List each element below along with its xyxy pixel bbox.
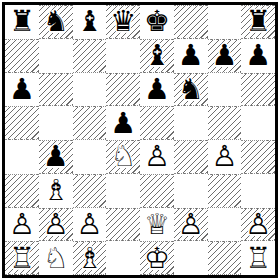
- square-e3[interactable]: [140, 174, 174, 208]
- white-pawn-piece: ♟♙: [5, 208, 39, 242]
- square-g8[interactable]: [208, 5, 242, 39]
- square-a7[interactable]: [5, 39, 39, 73]
- white-pawn-piece: ♟♙: [174, 209, 208, 241]
- square-b2[interactable]: ♟♙: [39, 208, 73, 242]
- white-rook-piece: ♜♖: [5, 242, 39, 274]
- white-knight-piece: ♞♘: [39, 241, 73, 275]
- white-king-piece: ♚♔: [140, 242, 174, 274]
- piece-glyph: ♔: [140, 242, 174, 274]
- square-e8[interactable]: ♚♚: [140, 5, 174, 39]
- piece-glyph: ♙: [39, 209, 73, 241]
- square-d5[interactable]: ♟♟: [106, 106, 140, 140]
- piece-glyph: ♖: [241, 241, 275, 275]
- piece-glyph: ♘: [106, 141, 140, 173]
- square-h2[interactable]: ♟♙: [241, 208, 275, 242]
- square-g2[interactable]: [208, 208, 242, 242]
- white-bishop-piece: ♝♗: [73, 242, 107, 274]
- piece-glyph: ♟: [39, 141, 73, 173]
- black-bishop-piece: ♝♝: [140, 40, 174, 72]
- square-f2[interactable]: ♟♙: [174, 208, 208, 242]
- piece-glyph: ♙: [241, 209, 275, 241]
- square-c7[interactable]: [73, 39, 107, 73]
- square-b3[interactable]: ♝♗: [39, 174, 73, 208]
- black-pawn-piece: ♟♟: [39, 141, 73, 173]
- black-rook-piece: ♜♜: [241, 6, 275, 38]
- square-c2[interactable]: ♟♙: [73, 208, 107, 242]
- square-f1[interactable]: [174, 241, 208, 275]
- square-c4[interactable]: [73, 140, 107, 174]
- square-e5[interactable]: [140, 106, 174, 140]
- piece-glyph: ♗: [73, 242, 107, 274]
- square-g7[interactable]: ♟♟: [208, 39, 242, 73]
- piece-glyph: ♟: [106, 106, 140, 140]
- square-f6[interactable]: ♞♞: [174, 73, 208, 107]
- black-knight-piece: ♞♞: [39, 6, 73, 38]
- square-g5[interactable]: [208, 106, 242, 140]
- chess-board: ♜♜♞♞♝♝♛♛♚♚♜♜♝♝♟♟♟♟♟♟♟♟♟♟♞♞♟♟♟♟♞♘♟♙♟♙♝♗♟♙…: [2, 2, 278, 278]
- piece-glyph: ♟: [208, 40, 242, 72]
- white-pawn-piece: ♟♙: [140, 140, 174, 174]
- piece-glyph: ♟: [5, 73, 39, 107]
- white-bishop-piece: ♝♗: [39, 174, 73, 208]
- square-e1[interactable]: ♚♔: [140, 241, 174, 275]
- piece-glyph: ♝: [140, 40, 174, 72]
- square-a8[interactable]: ♜♜: [5, 5, 39, 39]
- square-d2[interactable]: [106, 208, 140, 242]
- white-pawn-piece: ♟♙: [208, 140, 242, 174]
- square-e4[interactable]: ♟♙: [140, 140, 174, 174]
- square-e2[interactable]: ♛♕: [140, 208, 174, 242]
- square-f8[interactable]: [174, 5, 208, 39]
- square-b7[interactable]: [39, 39, 73, 73]
- square-e7[interactable]: ♝♝: [140, 39, 174, 73]
- black-pawn-piece: ♟♟: [5, 73, 39, 107]
- piece-glyph: ♟: [140, 73, 174, 107]
- piece-glyph: ♖: [5, 242, 39, 274]
- black-rook-piece: ♜♜: [5, 5, 39, 39]
- square-h6[interactable]: [241, 73, 275, 107]
- white-pawn-piece: ♟♙: [73, 208, 107, 242]
- piece-glyph: ♝: [73, 5, 107, 39]
- piece-glyph: ♙: [174, 209, 208, 241]
- square-f7[interactable]: ♟♟: [174, 39, 208, 73]
- black-pawn-piece: ♟♟: [241, 39, 275, 73]
- piece-glyph: ♗: [39, 174, 73, 208]
- square-b1[interactable]: ♞♘: [39, 241, 73, 275]
- piece-glyph: ♜: [5, 5, 39, 39]
- square-b8[interactable]: ♞♞: [39, 5, 73, 39]
- square-f5[interactable]: [174, 106, 208, 140]
- piece-glyph: ♙: [140, 140, 174, 174]
- square-c8[interactable]: ♝♝: [73, 5, 107, 39]
- square-h7[interactable]: ♟♟: [241, 39, 275, 73]
- black-knight-piece: ♞♞: [174, 74, 208, 106]
- black-pawn-piece: ♟♟: [106, 106, 140, 140]
- piece-glyph: ♟: [241, 39, 275, 73]
- piece-glyph: ♟: [174, 39, 208, 73]
- black-king-piece: ♚♚: [140, 5, 174, 39]
- square-g1[interactable]: [208, 241, 242, 275]
- square-a4[interactable]: [5, 140, 39, 174]
- square-a3[interactable]: [5, 174, 39, 208]
- square-e6[interactable]: ♟♟: [140, 73, 174, 107]
- square-d3[interactable]: [106, 174, 140, 208]
- piece-glyph: ♛: [106, 6, 140, 38]
- black-pawn-piece: ♟♟: [140, 73, 174, 107]
- square-b4[interactable]: ♟♟: [39, 140, 73, 174]
- square-d6[interactable]: [106, 73, 140, 107]
- square-h3[interactable]: [241, 174, 275, 208]
- white-pawn-piece: ♟♙: [241, 209, 275, 241]
- square-g4[interactable]: ♟♙: [208, 140, 242, 174]
- square-f4[interactable]: [174, 140, 208, 174]
- square-a2[interactable]: ♟♙: [5, 208, 39, 242]
- square-h1[interactable]: ♜♖: [241, 241, 275, 275]
- square-d7[interactable]: [106, 39, 140, 73]
- white-queen-piece: ♛♕: [140, 208, 174, 242]
- square-f3[interactable]: [174, 174, 208, 208]
- piece-glyph: ♙: [5, 208, 39, 242]
- white-rook-piece: ♜♖: [241, 241, 275, 275]
- square-h5[interactable]: [241, 106, 275, 140]
- square-b5[interactable]: [39, 106, 73, 140]
- piece-glyph: ♜: [241, 6, 275, 38]
- square-d4[interactable]: ♞♘: [106, 140, 140, 174]
- square-c3[interactable]: [73, 174, 107, 208]
- square-c6[interactable]: [73, 73, 107, 107]
- square-a1[interactable]: ♜♖: [5, 241, 39, 275]
- black-pawn-piece: ♟♟: [208, 40, 242, 72]
- piece-glyph: ♞: [39, 6, 73, 38]
- piece-glyph: ♞: [174, 74, 208, 106]
- square-a5[interactable]: [5, 106, 39, 140]
- square-d1[interactable]: [106, 241, 140, 275]
- square-g3[interactable]: [208, 174, 242, 208]
- square-h8[interactable]: ♜♜: [241, 5, 275, 39]
- square-b6[interactable]: [39, 73, 73, 107]
- piece-glyph: ♙: [73, 208, 107, 242]
- black-pawn-piece: ♟♟: [174, 39, 208, 73]
- piece-glyph: ♕: [140, 208, 174, 242]
- black-bishop-piece: ♝♝: [73, 5, 107, 39]
- square-c1[interactable]: ♝♗: [73, 241, 107, 275]
- piece-glyph: ♘: [39, 241, 73, 275]
- square-c5[interactable]: [73, 106, 107, 140]
- white-pawn-piece: ♟♙: [39, 209, 73, 241]
- piece-glyph: ♙: [208, 140, 242, 174]
- white-knight-piece: ♞♘: [106, 141, 140, 173]
- black-queen-piece: ♛♛: [106, 6, 140, 38]
- square-a6[interactable]: ♟♟: [5, 73, 39, 107]
- square-g6[interactable]: [208, 73, 242, 107]
- square-h4[interactable]: [241, 140, 275, 174]
- square-d8[interactable]: ♛♛: [106, 5, 140, 39]
- piece-glyph: ♚: [140, 5, 174, 39]
- chess-diagram: ♜♜♞♞♝♝♛♛♚♚♜♜♝♝♟♟♟♟♟♟♟♟♟♟♞♞♟♟♟♟♞♘♟♙♟♙♝♗♟♙…: [0, 0, 280, 280]
